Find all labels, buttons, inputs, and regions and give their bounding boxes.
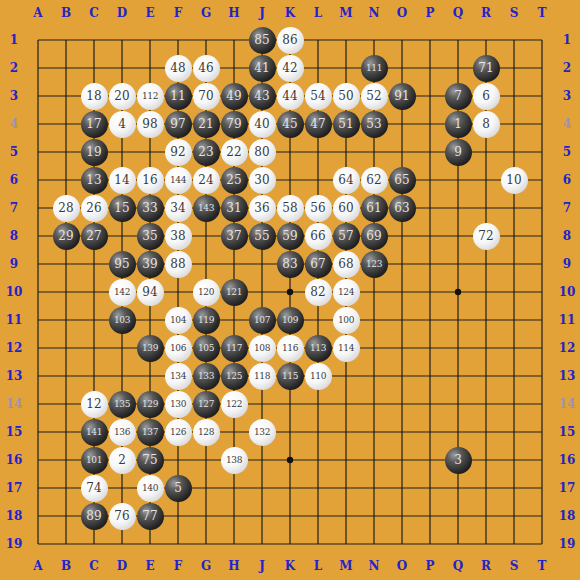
white-stone-K3[interactable]: 44	[277, 83, 304, 110]
move-number: 43	[254, 90, 269, 102]
move-number: 117	[226, 344, 242, 353]
coord-label-13: 13	[6, 369, 23, 383]
black-stone-F4[interactable]: 97	[165, 111, 192, 138]
white-stone-D4[interactable]: 4	[109, 111, 136, 138]
coord-label-S: S	[510, 6, 519, 20]
black-stone-J3[interactable]: 43	[249, 83, 276, 110]
white-stone-B7[interactable]: 28	[53, 195, 80, 222]
move-number: 140	[142, 484, 158, 493]
coord-label-17: 17	[6, 481, 23, 495]
white-stone-C17[interactable]: 74	[81, 475, 108, 502]
white-stone-L3[interactable]: 54	[305, 83, 332, 110]
move-number: 8	[482, 118, 490, 130]
move-number: 45	[282, 118, 297, 130]
white-stone-G2[interactable]: 46	[193, 55, 220, 82]
coord-label-13: 13	[559, 369, 576, 383]
black-stone-L4[interactable]: 47	[305, 111, 332, 138]
move-number: 136	[114, 428, 130, 437]
move-number: 76	[114, 510, 129, 522]
black-stone-C16[interactable]: 101	[81, 447, 108, 474]
move-number: 108	[254, 344, 270, 353]
move-number: 69	[366, 230, 381, 242]
coord-label-3: 3	[563, 89, 571, 103]
move-number: 144	[170, 176, 186, 185]
black-stone-G12[interactable]: 105	[193, 335, 220, 362]
move-number: 80	[254, 146, 269, 158]
move-number: 114	[338, 344, 354, 353]
white-stone-G15[interactable]: 128	[193, 419, 220, 446]
white-stone-F7[interactable]: 34	[165, 195, 192, 222]
coord-label-B: B	[61, 6, 71, 20]
move-number: 47	[310, 118, 325, 130]
go-game-viewer: ABCDEFGHJKLMNOPQRST ABCDEFGHJKLMNOPQRST …	[0, 0, 580, 580]
white-stone-M3[interactable]: 50	[333, 83, 360, 110]
move-number: 95	[114, 258, 129, 270]
move-number: 67	[310, 258, 325, 270]
coord-label-N: N	[369, 6, 380, 20]
move-number: 139	[142, 344, 158, 353]
white-stone-H16[interactable]: 138	[221, 447, 248, 474]
move-number: 66	[310, 230, 325, 242]
black-stone-E8[interactable]: 35	[137, 223, 164, 250]
white-stone-F13[interactable]: 134	[165, 363, 192, 390]
move-number: 20	[114, 90, 129, 102]
move-number: 91	[394, 90, 409, 102]
white-stone-E3[interactable]: 112	[137, 83, 164, 110]
move-number: 42	[282, 62, 297, 74]
coord-label-M: M	[339, 6, 352, 20]
coord-label-D: D	[117, 559, 127, 573]
coord-label-9: 9	[563, 257, 571, 271]
white-stone-N6[interactable]: 62	[361, 167, 388, 194]
coord-label-16: 16	[6, 453, 23, 467]
move-number: 33	[142, 202, 157, 214]
black-stone-H8[interactable]: 37	[221, 223, 248, 250]
coord-label-L: L	[314, 559, 322, 573]
move-number: 120	[198, 288, 214, 297]
black-stone-G5[interactable]: 23	[193, 139, 220, 166]
coord-label-P: P	[425, 6, 434, 20]
coord-label-P: P	[425, 559, 434, 573]
white-stone-D3[interactable]: 20	[109, 83, 136, 110]
white-stone-F6[interactable]: 144	[165, 167, 192, 194]
white-stone-G3[interactable]: 70	[193, 83, 220, 110]
white-stone-K7[interactable]: 58	[277, 195, 304, 222]
white-stone-C14[interactable]: 12	[81, 391, 108, 418]
move-number: 13	[86, 174, 101, 186]
coord-label-A: A	[33, 6, 42, 20]
white-stone-S6[interactable]: 10	[501, 167, 528, 194]
coord-label-1: 1	[563, 33, 571, 47]
coord-label-T: T	[538, 6, 547, 20]
white-stone-K1[interactable]: 86	[277, 27, 304, 54]
move-number: 103	[114, 316, 130, 325]
black-stone-R2[interactable]: 71	[473, 55, 500, 82]
move-number: 48	[170, 62, 185, 74]
move-number: 107	[254, 316, 270, 325]
coord-label-F: F	[174, 559, 183, 573]
black-stone-C15[interactable]: 141	[81, 419, 108, 446]
move-number: 50	[338, 90, 353, 102]
black-stone-J2[interactable]: 41	[249, 55, 276, 82]
black-stone-B8[interactable]: 29	[53, 223, 80, 250]
coord-label-11: 11	[6, 313, 23, 327]
move-number: 23	[198, 146, 213, 158]
black-stone-G4[interactable]: 21	[193, 111, 220, 138]
black-stone-H12[interactable]: 117	[221, 335, 248, 362]
move-number: 132	[254, 428, 270, 437]
move-number: 54	[310, 90, 325, 102]
move-number: 106	[170, 344, 186, 353]
coord-label-Q: Q	[453, 6, 463, 20]
move-number: 134	[170, 372, 186, 381]
coord-label-12: 12	[6, 341, 23, 355]
black-stone-C6[interactable]: 13	[81, 167, 108, 194]
coord-label-2: 2	[563, 61, 571, 75]
coord-label-10: 10	[6, 285, 23, 299]
move-number: 56	[310, 202, 325, 214]
white-stone-J5[interactable]: 80	[249, 139, 276, 166]
white-stone-C7[interactable]: 26	[81, 195, 108, 222]
move-number: 10	[506, 174, 521, 186]
move-number: 130	[170, 400, 186, 409]
stones-layer: 1234567891011121314151617181920212223242…	[24, 26, 556, 558]
coord-label-O: O	[397, 6, 407, 20]
move-number: 11	[170, 90, 185, 102]
white-stone-G10[interactable]: 120	[193, 279, 220, 306]
coord-label-8: 8	[563, 229, 571, 243]
coord-label-L: L	[314, 6, 322, 20]
move-number: 63	[394, 202, 409, 214]
white-stone-K12[interactable]: 116	[277, 335, 304, 362]
move-number: 18	[86, 90, 101, 102]
white-stone-M12[interactable]: 114	[333, 335, 360, 362]
white-stone-J7[interactable]: 36	[249, 195, 276, 222]
coord-label-16: 16	[559, 453, 576, 467]
move-number: 6	[482, 90, 490, 102]
white-stone-E17[interactable]: 140	[137, 475, 164, 502]
white-stone-M10[interactable]: 124	[333, 279, 360, 306]
move-number: 59	[282, 230, 297, 242]
coord-label-H: H	[228, 6, 239, 20]
coord-label-8: 8	[10, 229, 18, 243]
move-number: 126	[170, 428, 186, 437]
white-stone-J6[interactable]: 30	[249, 167, 276, 194]
white-stone-R8[interactable]: 72	[473, 223, 500, 250]
move-number: 24	[198, 174, 213, 186]
coord-label-9: 9	[10, 257, 18, 271]
coord-label-A: A	[33, 559, 42, 573]
move-number: 86	[282, 34, 297, 46]
coord-label-17: 17	[559, 481, 576, 495]
black-stone-Q4[interactable]: 1	[445, 111, 472, 138]
black-stone-H4[interactable]: 79	[221, 111, 248, 138]
white-stone-F2[interactable]: 48	[165, 55, 192, 82]
move-number: 74	[86, 482, 101, 494]
black-stone-O3[interactable]: 91	[389, 83, 416, 110]
black-stone-E18[interactable]: 77	[137, 503, 164, 530]
white-stone-F5[interactable]: 92	[165, 139, 192, 166]
coord-label-B: B	[61, 559, 71, 573]
move-number: 141	[86, 428, 102, 437]
move-number: 128	[198, 428, 214, 437]
coord-label-J: J	[259, 559, 265, 573]
white-stone-E10[interactable]: 94	[137, 279, 164, 306]
white-stone-H14[interactable]: 122	[221, 391, 248, 418]
move-number: 82	[310, 286, 325, 298]
black-stone-Q3[interactable]: 7	[445, 83, 472, 110]
white-stone-F14[interactable]: 130	[165, 391, 192, 418]
black-stone-Q5[interactable]: 9	[445, 139, 472, 166]
white-stone-F9[interactable]: 88	[165, 251, 192, 278]
coord-label-R: R	[481, 559, 491, 573]
black-stone-C8[interactable]: 27	[81, 223, 108, 250]
black-stone-N7[interactable]: 61	[361, 195, 388, 222]
white-stone-D18[interactable]: 76	[109, 503, 136, 530]
white-stone-M6[interactable]: 64	[333, 167, 360, 194]
move-number: 60	[338, 202, 353, 214]
black-stone-E15[interactable]: 137	[137, 419, 164, 446]
move-number: 41	[254, 62, 269, 74]
coord-label-19: 19	[6, 537, 23, 551]
coord-label-2: 2	[10, 61, 18, 75]
white-stone-R3[interactable]: 6	[473, 83, 500, 110]
black-stone-K13[interactable]: 115	[277, 363, 304, 390]
coord-label-1: 1	[10, 33, 18, 47]
black-stone-D9[interactable]: 95	[109, 251, 136, 278]
move-number: 112	[142, 92, 158, 101]
black-stone-K8[interactable]: 59	[277, 223, 304, 250]
white-stone-D15[interactable]: 136	[109, 419, 136, 446]
black-stone-H13[interactable]: 125	[221, 363, 248, 390]
coord-label-18: 18	[559, 509, 576, 523]
coord-label-C: C	[89, 6, 99, 20]
move-number: 55	[254, 230, 269, 242]
move-number: 83	[282, 258, 297, 270]
move-number: 121	[226, 288, 242, 297]
black-stone-F3[interactable]: 11	[165, 83, 192, 110]
white-stone-D10[interactable]: 142	[109, 279, 136, 306]
white-stone-K2[interactable]: 42	[277, 55, 304, 82]
move-number: 40	[254, 118, 269, 130]
move-number: 125	[226, 372, 242, 381]
move-number: 52	[366, 90, 381, 102]
black-stone-G13[interactable]: 133	[193, 363, 220, 390]
move-number: 31	[226, 202, 241, 214]
move-number: 122	[226, 400, 242, 409]
black-stone-G14[interactable]: 127	[193, 391, 220, 418]
black-stone-D14[interactable]: 135	[109, 391, 136, 418]
coord-label-M: M	[339, 559, 352, 573]
black-stone-K4[interactable]: 45	[277, 111, 304, 138]
coord-label-E: E	[145, 6, 154, 20]
move-number: 109	[282, 316, 298, 325]
black-stone-N2[interactable]: 111	[361, 55, 388, 82]
move-number: 68	[338, 258, 353, 270]
move-number: 7	[454, 90, 462, 102]
move-number: 94	[142, 286, 157, 298]
black-stone-H6[interactable]: 25	[221, 167, 248, 194]
white-stone-L8[interactable]: 66	[305, 223, 332, 250]
white-stone-J13[interactable]: 118	[249, 363, 276, 390]
move-number: 46	[198, 62, 213, 74]
coord-label-5: 5	[563, 145, 571, 159]
white-stone-M9[interactable]: 68	[333, 251, 360, 278]
white-stone-H5[interactable]: 22	[221, 139, 248, 166]
move-number: 98	[142, 118, 157, 130]
move-number: 113	[310, 344, 326, 353]
move-number: 4	[118, 118, 126, 130]
white-stone-L10[interactable]: 82	[305, 279, 332, 306]
black-stone-J11[interactable]: 107	[249, 307, 276, 334]
black-stone-D11[interactable]: 103	[109, 307, 136, 334]
black-stone-M8[interactable]: 57	[333, 223, 360, 250]
move-number: 51	[338, 118, 353, 130]
white-stone-F15[interactable]: 126	[165, 419, 192, 446]
move-number: 61	[366, 202, 381, 214]
coord-label-O: O	[397, 559, 407, 573]
black-stone-O7[interactable]: 63	[389, 195, 416, 222]
white-stone-E4[interactable]: 98	[137, 111, 164, 138]
move-number: 142	[114, 288, 130, 297]
white-stone-F8[interactable]: 38	[165, 223, 192, 250]
move-number: 119	[198, 316, 214, 325]
black-stone-L12[interactable]: 113	[305, 335, 332, 362]
move-number: 105	[198, 344, 214, 353]
move-number: 21	[198, 118, 213, 130]
white-stone-G6[interactable]: 24	[193, 167, 220, 194]
white-stone-J4[interactable]: 40	[249, 111, 276, 138]
black-stone-E16[interactable]: 75	[137, 447, 164, 474]
black-stone-H7[interactable]: 31	[221, 195, 248, 222]
move-number: 115	[282, 372, 298, 381]
move-number: 29	[58, 230, 73, 242]
black-stone-J1[interactable]: 85	[249, 27, 276, 54]
move-number: 124	[338, 288, 354, 297]
move-number: 37	[226, 230, 241, 242]
white-stone-F12[interactable]: 106	[165, 335, 192, 362]
move-number: 137	[142, 428, 158, 437]
go-board[interactable]: 1234567891011121314151617181920212223242…	[24, 26, 556, 558]
white-stone-F11[interactable]: 104	[165, 307, 192, 334]
move-number: 62	[366, 174, 381, 186]
coord-label-18: 18	[6, 509, 23, 523]
move-number: 3	[454, 454, 462, 466]
black-stone-E12[interactable]: 139	[137, 335, 164, 362]
move-number: 30	[254, 174, 269, 186]
white-stone-J12[interactable]: 108	[249, 335, 276, 362]
move-number: 101	[86, 456, 102, 465]
white-stone-L13[interactable]: 110	[305, 363, 332, 390]
coord-label-19: 19	[559, 537, 576, 551]
black-stone-G11[interactable]: 119	[193, 307, 220, 334]
move-number: 143	[198, 204, 214, 213]
black-stone-L9[interactable]: 67	[305, 251, 332, 278]
coord-label-J: J	[259, 6, 265, 20]
coord-label-S: S	[510, 559, 519, 573]
white-stone-M7[interactable]: 60	[333, 195, 360, 222]
move-number: 71	[478, 62, 493, 74]
move-number: 9	[454, 146, 462, 158]
black-stone-O6[interactable]: 65	[389, 167, 416, 194]
white-stone-C3[interactable]: 18	[81, 83, 108, 110]
move-number: 97	[170, 118, 185, 130]
move-number: 1	[454, 118, 462, 130]
coord-label-R: R	[481, 6, 491, 20]
black-stone-G7[interactable]: 143	[193, 195, 220, 222]
black-stone-H10[interactable]: 121	[221, 279, 248, 306]
white-stone-D16[interactable]: 2	[109, 447, 136, 474]
black-stone-M4[interactable]: 51	[333, 111, 360, 138]
move-number: 17	[86, 118, 101, 130]
coord-label-7: 7	[563, 201, 571, 215]
white-stone-N3[interactable]: 52	[361, 83, 388, 110]
move-number: 57	[338, 230, 353, 242]
black-stone-K9[interactable]: 83	[277, 251, 304, 278]
coord-label-3: 3	[10, 89, 18, 103]
move-number: 127	[198, 400, 214, 409]
move-number: 38	[170, 230, 185, 242]
move-number: 14	[114, 174, 129, 186]
black-stone-Q16[interactable]: 3	[445, 447, 472, 474]
coord-label-15: 15	[6, 425, 23, 439]
move-number: 49	[226, 90, 241, 102]
move-number: 26	[86, 202, 101, 214]
coord-label-6: 6	[10, 173, 18, 187]
white-stone-M11[interactable]: 100	[333, 307, 360, 334]
black-stone-C4[interactable]: 17	[81, 111, 108, 138]
coord-label-4: 4	[10, 117, 18, 131]
black-stone-N9[interactable]: 123	[361, 251, 388, 278]
move-number: 15	[114, 202, 129, 214]
white-stone-D6[interactable]: 14	[109, 167, 136, 194]
coord-label-N: N	[369, 559, 380, 573]
white-stone-E6[interactable]: 16	[137, 167, 164, 194]
move-number: 129	[142, 400, 158, 409]
coord-label-Q: Q	[453, 559, 463, 573]
move-number: 35	[142, 230, 157, 242]
black-stone-C18[interactable]: 89	[81, 503, 108, 530]
coord-label-11: 11	[559, 313, 576, 327]
black-stone-N4[interactable]: 53	[361, 111, 388, 138]
black-stone-E7[interactable]: 33	[137, 195, 164, 222]
black-stone-D7[interactable]: 15	[109, 195, 136, 222]
black-stone-J8[interactable]: 55	[249, 223, 276, 250]
white-stone-L7[interactable]: 56	[305, 195, 332, 222]
move-number: 58	[282, 202, 297, 214]
coord-label-10: 10	[559, 285, 576, 299]
coord-label-G: G	[201, 6, 211, 20]
black-stone-N8[interactable]: 69	[361, 223, 388, 250]
black-stone-E9[interactable]: 39	[137, 251, 164, 278]
white-stone-J15[interactable]: 132	[249, 419, 276, 446]
move-number: 72	[478, 230, 493, 242]
coord-label-7: 7	[10, 201, 18, 215]
coord-label-F: F	[174, 6, 183, 20]
coord-label-H: H	[228, 559, 239, 573]
coord-label-C: C	[89, 559, 99, 573]
move-number: 89	[86, 510, 101, 522]
black-stone-F17[interactable]: 5	[165, 475, 192, 502]
white-stone-R4[interactable]: 8	[473, 111, 500, 138]
black-stone-H3[interactable]: 49	[221, 83, 248, 110]
black-stone-E14[interactable]: 129	[137, 391, 164, 418]
black-stone-C5[interactable]: 19	[81, 139, 108, 166]
move-number: 110	[310, 372, 326, 381]
move-number: 118	[254, 372, 270, 381]
move-number: 111	[366, 64, 382, 73]
black-stone-K11[interactable]: 109	[277, 307, 304, 334]
